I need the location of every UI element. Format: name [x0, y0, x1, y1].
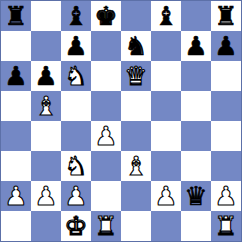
black-pawn-a6[interactable]: ♟	[4, 61, 27, 91]
square-b1[interactable]	[31, 211, 61, 241]
white-rook-h1[interactable]: ♜	[214, 211, 237, 241]
square-g8[interactable]	[181, 1, 211, 31]
white-knight-c3[interactable]: ♞	[64, 151, 87, 181]
white-pawn-f2[interactable]: ♟	[154, 181, 177, 211]
square-b3[interactable]	[31, 151, 61, 181]
square-f2[interactable]: ♟	[151, 181, 181, 211]
square-e2[interactable]	[121, 181, 151, 211]
square-b7[interactable]	[31, 31, 61, 61]
white-king-c1[interactable]: ♚	[64, 211, 87, 241]
square-b5[interactable]: ♝	[31, 91, 61, 121]
square-d3[interactable]	[91, 151, 121, 181]
square-f4[interactable]	[151, 121, 181, 151]
white-bishop-e3[interactable]: ♝	[124, 151, 147, 181]
square-d8[interactable]: ♚	[91, 1, 121, 31]
square-b8[interactable]	[31, 1, 61, 31]
square-h7[interactable]: ♟	[211, 31, 241, 61]
chess-board: ♜♝♚♝♜♟♞♟♟♟♟♞♛♝♟♞♝♟♟♟♟♛♟♚♜♜	[1, 1, 241, 241]
black-pawn-h7[interactable]: ♟	[214, 31, 237, 61]
square-c1[interactable]: ♚	[61, 211, 91, 241]
square-b4[interactable]	[31, 121, 61, 151]
square-g5[interactable]	[181, 91, 211, 121]
white-pawn-c2[interactable]: ♟	[64, 181, 87, 211]
square-d7[interactable]	[91, 31, 121, 61]
square-e1[interactable]	[121, 211, 151, 241]
square-a1[interactable]	[1, 211, 31, 241]
white-queen-e6[interactable]: ♛	[124, 61, 147, 91]
square-e6[interactable]: ♛	[121, 61, 151, 91]
square-h5[interactable]	[211, 91, 241, 121]
black-rook-a8[interactable]: ♜	[4, 1, 27, 31]
square-e8[interactable]	[121, 1, 151, 31]
square-h3[interactable]	[211, 151, 241, 181]
square-g1[interactable]	[181, 211, 211, 241]
square-f3[interactable]	[151, 151, 181, 181]
white-bishop-b5[interactable]: ♝	[34, 91, 57, 121]
square-d6[interactable]	[91, 61, 121, 91]
black-rook-h8[interactable]: ♜	[214, 1, 237, 31]
black-queen-g2[interactable]: ♛	[184, 181, 207, 211]
square-h1[interactable]: ♜	[211, 211, 241, 241]
square-a6[interactable]: ♟	[1, 61, 31, 91]
square-c8[interactable]: ♝	[61, 1, 91, 31]
square-c7[interactable]: ♟	[61, 31, 91, 61]
square-f6[interactable]	[151, 61, 181, 91]
square-g2[interactable]: ♛	[181, 181, 211, 211]
square-b6[interactable]: ♟	[31, 61, 61, 91]
square-c3[interactable]: ♞	[61, 151, 91, 181]
black-king-d8[interactable]: ♚	[94, 1, 117, 31]
square-g4[interactable]	[181, 121, 211, 151]
square-d1[interactable]: ♜	[91, 211, 121, 241]
square-a3[interactable]	[1, 151, 31, 181]
square-c6[interactable]: ♞	[61, 61, 91, 91]
square-a2[interactable]: ♟	[1, 181, 31, 211]
black-knight-e7[interactable]: ♞	[124, 31, 147, 61]
square-e7[interactable]: ♞	[121, 31, 151, 61]
square-c5[interactable]	[61, 91, 91, 121]
square-g7[interactable]: ♟	[181, 31, 211, 61]
chess-board-frame: ♜♝♚♝♜♟♞♟♟♟♟♞♛♝♟♞♝♟♟♟♟♛♟♚♜♜	[0, 0, 242, 242]
square-h8[interactable]: ♜	[211, 1, 241, 31]
square-h2[interactable]: ♟	[211, 181, 241, 211]
square-c2[interactable]: ♟	[61, 181, 91, 211]
black-bishop-c8[interactable]: ♝	[64, 1, 87, 31]
white-pawn-a2[interactable]: ♟	[4, 181, 27, 211]
square-d5[interactable]	[91, 91, 121, 121]
square-h4[interactable]	[211, 121, 241, 151]
white-pawn-d4[interactable]: ♟	[94, 121, 117, 151]
square-c4[interactable]	[61, 121, 91, 151]
black-pawn-b6[interactable]: ♟	[34, 61, 57, 91]
square-b2[interactable]: ♟	[31, 181, 61, 211]
square-a8[interactable]: ♜	[1, 1, 31, 31]
square-e4[interactable]	[121, 121, 151, 151]
white-pawn-h2[interactable]: ♟	[214, 181, 237, 211]
white-pawn-b2[interactable]: ♟	[34, 181, 57, 211]
white-knight-c6[interactable]: ♞	[64, 61, 87, 91]
square-f1[interactable]	[151, 211, 181, 241]
square-a4[interactable]	[1, 121, 31, 151]
square-h6[interactable]	[211, 61, 241, 91]
square-a5[interactable]	[1, 91, 31, 121]
square-g6[interactable]	[181, 61, 211, 91]
square-d4[interactable]: ♟	[91, 121, 121, 151]
square-e3[interactable]: ♝	[121, 151, 151, 181]
black-pawn-c7[interactable]: ♟	[64, 31, 87, 61]
white-rook-d1[interactable]: ♜	[94, 211, 117, 241]
square-d2[interactable]	[91, 181, 121, 211]
square-f7[interactable]	[151, 31, 181, 61]
black-bishop-f8[interactable]: ♝	[154, 1, 177, 31]
square-f8[interactable]: ♝	[151, 1, 181, 31]
black-pawn-g7[interactable]: ♟	[184, 31, 207, 61]
square-a7[interactable]	[1, 31, 31, 61]
square-f5[interactable]	[151, 91, 181, 121]
square-e5[interactable]	[121, 91, 151, 121]
square-g3[interactable]	[181, 151, 211, 181]
